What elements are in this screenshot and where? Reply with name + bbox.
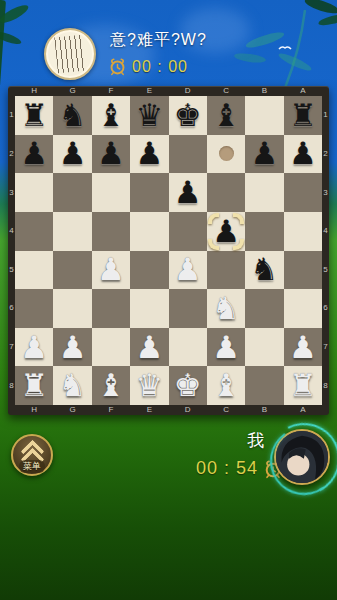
- piece-white-pawn[interactable]: ♟: [97, 254, 125, 285]
- menu-button[interactable]: 菜单: [11, 434, 53, 476]
- square-C7[interactable]: ♟: [207, 328, 245, 367]
- piece-black-knight[interactable]: ♞: [59, 100, 87, 131]
- square-D8[interactable]: ♚: [169, 366, 207, 405]
- square-D5[interactable]: ♟: [169, 251, 207, 290]
- piece-black-pawn[interactable]: ♟: [20, 138, 48, 169]
- last-move-from-dot: [219, 146, 234, 161]
- square-H5[interactable]: [15, 251, 53, 290]
- square-H8[interactable]: ♜: [15, 366, 53, 405]
- file-label: G: [53, 86, 91, 96]
- file-label: A: [284, 86, 322, 96]
- square-B2[interactable]: ♟: [245, 135, 283, 174]
- square-G6[interactable]: [53, 289, 91, 328]
- piece-black-king[interactable]: ♚: [174, 100, 202, 131]
- file-label: E: [130, 405, 168, 415]
- rank-label: 6: [322, 289, 329, 328]
- opponent-timer-row: 00 : 00: [108, 57, 188, 76]
- square-A8[interactable]: ♜: [284, 366, 322, 405]
- square-C3[interactable]: [207, 173, 245, 212]
- piece-white-pawn[interactable]: ♟: [135, 332, 163, 363]
- piece-white-bishop[interactable]: ♝: [97, 370, 125, 401]
- file-label: F: [92, 86, 130, 96]
- piece-white-rook[interactable]: ♜: [20, 370, 48, 401]
- square-D6[interactable]: [169, 289, 207, 328]
- square-E4[interactable]: [130, 212, 168, 251]
- square-F8[interactable]: ♝: [92, 366, 130, 405]
- square-F4[interactable]: [92, 212, 130, 251]
- piece-black-rook[interactable]: ♜: [289, 100, 317, 131]
- square-A4[interactable]: [284, 212, 322, 251]
- square-E5[interactable]: [130, 251, 168, 290]
- square-A6[interactable]: [284, 289, 322, 328]
- menu-button-label: 菜单: [19, 460, 45, 473]
- piece-white-bishop[interactable]: ♝: [212, 370, 240, 401]
- square-H4[interactable]: [15, 212, 53, 251]
- rank-label: 8: [322, 366, 329, 405]
- board-corner: [322, 86, 329, 96]
- file-label: A: [284, 405, 322, 415]
- rank-label: 4: [322, 212, 329, 251]
- square-C1[interactable]: ♝: [207, 96, 245, 135]
- square-F2[interactable]: ♟: [92, 135, 130, 174]
- rank-label: 7: [8, 328, 15, 367]
- square-A3[interactable]: [284, 173, 322, 212]
- square-G3[interactable]: [53, 173, 91, 212]
- player-avatar-image: [276, 431, 328, 483]
- file-label: D: [169, 405, 207, 415]
- file-label: G: [53, 405, 91, 415]
- piece-white-pawn[interactable]: ♟: [59, 332, 87, 363]
- opponent-avatar[interactable]: [44, 28, 96, 80]
- board-corner: [322, 405, 329, 415]
- square-C5[interactable]: [207, 251, 245, 290]
- opponent-timer: 00 : 00: [132, 58, 188, 76]
- rank-label: 1: [322, 96, 329, 135]
- piece-black-pawn[interactable]: ♟: [289, 138, 317, 169]
- piece-black-knight[interactable]: ♞: [251, 254, 279, 285]
- app-screen: 意?难平?W? 00 : 00 HGFEDCBA1♜♞♝♛♚♝♜12♟♟♟♟♟♟…: [0, 0, 337, 600]
- file-label: C: [207, 405, 245, 415]
- file-label: H: [15, 86, 53, 96]
- piece-white-pawn[interactable]: ♟: [20, 332, 48, 363]
- rank-label: 7: [322, 328, 329, 367]
- piece-white-knight[interactable]: ♞: [59, 370, 87, 401]
- rank-label: 3: [8, 173, 15, 212]
- square-G7[interactable]: ♟: [53, 328, 91, 367]
- file-label: B: [245, 405, 283, 415]
- square-F5[interactable]: ♟: [92, 251, 130, 290]
- square-A5[interactable]: [284, 251, 322, 290]
- file-label: F: [92, 405, 130, 415]
- piece-black-pawn[interactable]: ♟: [59, 138, 87, 169]
- square-F7[interactable]: [92, 328, 130, 367]
- board-corner: [8, 405, 15, 415]
- piece-white-king[interactable]: ♚: [174, 370, 202, 401]
- piece-black-pawn[interactable]: ♟: [135, 138, 163, 169]
- square-G2[interactable]: ♟: [53, 135, 91, 174]
- square-E1[interactable]: ♛: [130, 96, 168, 135]
- square-D1[interactable]: ♚: [169, 96, 207, 135]
- square-A7[interactable]: ♟: [284, 328, 322, 367]
- piece-black-pawn[interactable]: ♟: [251, 138, 279, 169]
- piece-white-pawn[interactable]: ♟: [212, 332, 240, 363]
- square-H1[interactable]: ♜: [15, 96, 53, 135]
- square-F6[interactable]: [92, 289, 130, 328]
- piece-white-queen[interactable]: ♛: [135, 370, 163, 401]
- rank-label: 6: [8, 289, 15, 328]
- square-H6[interactable]: [15, 289, 53, 328]
- piece-white-rook[interactable]: ♜: [289, 370, 317, 401]
- square-B3[interactable]: [245, 173, 283, 212]
- file-label: D: [169, 86, 207, 96]
- square-B4[interactable]: [245, 212, 283, 251]
- square-E3[interactable]: [130, 173, 168, 212]
- square-D7[interactable]: [169, 328, 207, 367]
- square-B7[interactable]: [245, 328, 283, 367]
- piece-black-rook[interactable]: ♜: [20, 100, 48, 131]
- square-C8[interactable]: ♝: [207, 366, 245, 405]
- square-G4[interactable]: [53, 212, 91, 251]
- square-C4[interactable]: ♟: [207, 212, 245, 251]
- square-C2[interactable]: [207, 135, 245, 174]
- rank-label: 2: [8, 135, 15, 174]
- opponent-name: 意?难平?W?: [110, 30, 207, 51]
- opponent-clock-icon: [108, 57, 127, 76]
- piece-black-bishop[interactable]: ♝: [97, 100, 125, 131]
- square-H2[interactable]: ♟: [15, 135, 53, 174]
- square-D3[interactable]: ♟: [169, 173, 207, 212]
- board-corner: [8, 86, 15, 96]
- player-timer: 00 : 54: [196, 458, 258, 479]
- square-A1[interactable]: ♜: [284, 96, 322, 135]
- bird-icon: [279, 47, 291, 49]
- square-D4[interactable]: [169, 212, 207, 251]
- square-F3[interactable]: [92, 173, 130, 212]
- file-label: E: [130, 86, 168, 96]
- square-C6[interactable]: ♞: [207, 289, 245, 328]
- square-E6[interactable]: [130, 289, 168, 328]
- square-F1[interactable]: ♝: [92, 96, 130, 135]
- square-E8[interactable]: ♛: [130, 366, 168, 405]
- square-H3[interactable]: [15, 173, 53, 212]
- rank-label: 1: [8, 96, 15, 135]
- piece-black-pawn[interactable]: ♟: [212, 216, 240, 247]
- scroll-avatar-image: [54, 35, 86, 74]
- piece-black-pawn[interactable]: ♟: [97, 138, 125, 169]
- square-E7[interactable]: ♟: [130, 328, 168, 367]
- file-label: H: [15, 405, 53, 415]
- square-G1[interactable]: ♞: [53, 96, 91, 135]
- square-G8[interactable]: ♞: [53, 366, 91, 405]
- player-name: 我: [247, 429, 264, 452]
- square-B1[interactable]: [245, 96, 283, 135]
- rank-label: 4: [8, 212, 15, 251]
- piece-white-knight[interactable]: ♞: [212, 293, 240, 324]
- rank-label: 8: [8, 366, 15, 405]
- piece-black-queen[interactable]: ♛: [135, 100, 163, 131]
- piece-white-pawn[interactable]: ♟: [289, 332, 317, 363]
- square-B8[interactable]: [245, 366, 283, 405]
- chess-board: HGFEDCBA1♜♞♝♛♚♝♜12♟♟♟♟♟♟23♟34♟45♟♟♞56♞67…: [8, 86, 329, 415]
- piece-black-bishop[interactable]: ♝: [212, 100, 240, 131]
- square-A2[interactable]: ♟: [284, 135, 322, 174]
- square-B5[interactable]: ♞: [245, 251, 283, 290]
- square-D2[interactable]: [169, 135, 207, 174]
- square-B6[interactable]: [245, 289, 283, 328]
- piece-black-pawn[interactable]: ♟: [174, 177, 202, 208]
- rank-label: 5: [8, 251, 15, 290]
- file-label: C: [207, 86, 245, 96]
- player-avatar[interactable]: [274, 429, 330, 485]
- rank-label: 5: [322, 251, 329, 290]
- square-E2[interactable]: ♟: [130, 135, 168, 174]
- rank-label: 3: [322, 173, 329, 212]
- piece-white-pawn[interactable]: ♟: [174, 254, 202, 285]
- player-timer-row: 00 : 54: [196, 458, 283, 479]
- file-label: B: [245, 86, 283, 96]
- square-G5[interactable]: [53, 251, 91, 290]
- rank-label: 2: [322, 135, 329, 174]
- square-H7[interactable]: ♟: [15, 328, 53, 367]
